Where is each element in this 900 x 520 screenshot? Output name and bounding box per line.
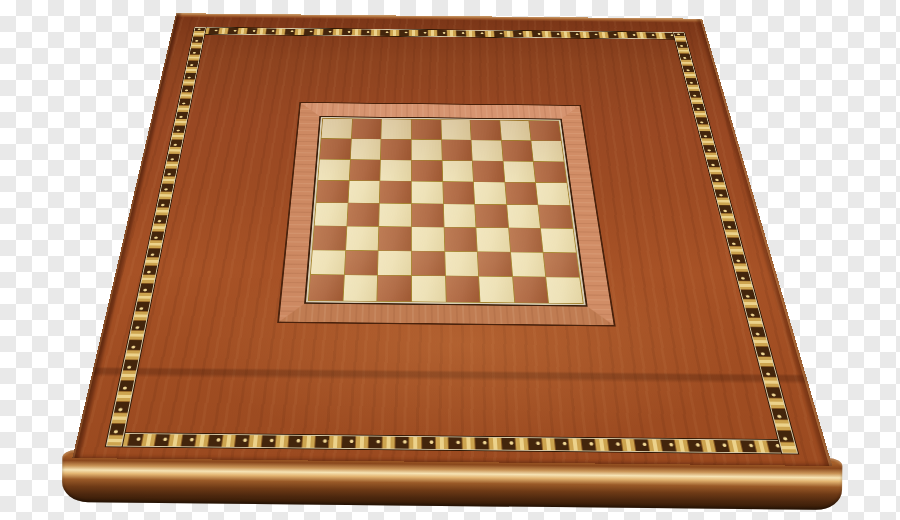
inlay-border-right [673, 32, 798, 453]
square-e8[interactable] [441, 120, 471, 140]
square-e6[interactable] [442, 161, 473, 182]
square-h3[interactable] [541, 228, 576, 252]
square-e7[interactable] [442, 140, 472, 160]
square-f7[interactable] [472, 140, 503, 160]
square-c8[interactable] [382, 119, 411, 139]
inlay-border-left [106, 27, 206, 446]
square-f6[interactable] [473, 161, 504, 182]
square-a2[interactable] [311, 250, 345, 275]
square-e3[interactable] [444, 227, 477, 251]
square-e4[interactable] [443, 204, 475, 227]
square-f4[interactable] [475, 205, 508, 228]
square-g4[interactable] [507, 205, 540, 228]
square-g3[interactable] [509, 228, 543, 252]
square-f2[interactable] [478, 252, 512, 277]
board-border-light-line [306, 117, 586, 305]
square-h6[interactable] [534, 161, 567, 182]
square-f3[interactable] [476, 228, 509, 252]
square-g8[interactable] [500, 121, 531, 141]
square-a4[interactable] [315, 203, 348, 226]
square-d6[interactable] [412, 160, 442, 181]
square-b6[interactable] [349, 160, 380, 181]
square-c1[interactable] [378, 276, 411, 302]
square-e5[interactable] [443, 182, 475, 204]
square-c2[interactable] [378, 251, 411, 276]
square-g5[interactable] [505, 183, 538, 205]
inlay-border-bottom [106, 433, 798, 454]
square-g6[interactable] [503, 161, 535, 182]
square-c5[interactable] [380, 181, 411, 203]
satinwood-frame [277, 102, 616, 327]
square-b7[interactable] [350, 139, 380, 159]
square-h2[interactable] [544, 252, 579, 277]
square-f8[interactable] [471, 120, 501, 140]
square-a7[interactable] [320, 139, 351, 159]
square-g1[interactable] [513, 277, 549, 303]
square-h5[interactable] [536, 183, 569, 205]
square-d3[interactable] [412, 227, 444, 251]
top-edge-bevel [175, 13, 703, 23]
square-g2[interactable] [511, 252, 546, 277]
board-border-dark-line [304, 116, 588, 307]
inlay-border-top [193, 27, 686, 39]
chessboard-table [72, 13, 832, 466]
square-h1[interactable] [547, 277, 583, 303]
square-f1[interactable] [479, 277, 514, 303]
square-c7[interactable] [381, 139, 411, 159]
square-d5[interactable] [412, 182, 443, 204]
square-c6[interactable] [380, 160, 410, 181]
square-e1[interactable] [445, 276, 479, 302]
square-d7[interactable] [412, 140, 442, 160]
square-b2[interactable] [345, 250, 378, 275]
square-b3[interactable] [346, 226, 379, 250]
square-d8[interactable] [412, 120, 441, 140]
square-f5[interactable] [474, 182, 506, 204]
board-perspective-wrapper [0, 0, 900, 520]
square-a8[interactable] [321, 119, 351, 139]
square-d4[interactable] [412, 204, 444, 227]
chessboard [308, 118, 584, 304]
square-b4[interactable] [347, 203, 379, 226]
square-d2[interactable] [412, 251, 445, 276]
square-c4[interactable] [379, 204, 411, 227]
square-g7[interactable] [502, 140, 533, 160]
square-e2[interactable] [445, 251, 478, 276]
square-h4[interactable] [539, 205, 573, 228]
square-c3[interactable] [379, 227, 411, 251]
square-d1[interactable] [412, 276, 446, 302]
square-h8[interactable] [530, 121, 561, 141]
square-a1[interactable] [309, 275, 344, 301]
square-h7[interactable] [532, 141, 564, 161]
square-b5[interactable] [348, 181, 379, 203]
square-a5[interactable] [316, 181, 348, 203]
transparency-background [0, 0, 900, 520]
square-a6[interactable] [318, 159, 349, 180]
square-b8[interactable] [352, 119, 382, 139]
square-a3[interactable] [313, 226, 346, 250]
square-b1[interactable] [343, 275, 377, 301]
